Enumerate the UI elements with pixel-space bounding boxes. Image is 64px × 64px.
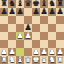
black-pawn: ♟ [40,8,47,16]
white-rook: ♜ [56,56,63,64]
square-d8[interactable]: ♛ [24,0,32,8]
square-b4[interactable] [8,32,16,40]
white-pawn: ♟ [8,48,15,56]
square-a3[interactable] [0,40,8,48]
black-knight: ♞ [48,0,55,8]
square-b6[interactable] [8,16,16,24]
black-rook: ♜ [56,0,63,8]
black-pawn: ♟ [0,8,7,16]
square-d6[interactable] [24,16,32,24]
black-bishop: ♝ [16,0,23,8]
square-e7[interactable]: ♟ [32,8,40,16]
white-queen: ♛ [24,56,31,64]
white-pawn: ♟ [32,48,39,56]
black-pawn: ♟ [48,8,55,16]
square-d7[interactable] [24,8,32,16]
square-g1[interactable]: ♞ [48,56,56,64]
square-g4[interactable] [48,32,56,40]
black-queen: ♛ [24,0,31,8]
square-c8[interactable]: ♝ [16,0,24,8]
white-knight: ♞ [8,56,15,64]
square-e6[interactable] [32,16,40,24]
square-h1[interactable]: ♜ [56,56,64,64]
square-c6[interactable] [16,16,24,24]
square-a6[interactable] [0,16,8,24]
square-g5[interactable] [48,24,56,32]
white-bishop: ♝ [16,56,23,64]
square-b7[interactable]: ♟ [8,8,16,16]
square-b5[interactable] [8,24,16,32]
square-a4[interactable] [0,32,8,40]
white-knight: ♞ [48,56,55,64]
white-pawn: ♟ [48,48,55,56]
black-pawn: ♟ [8,8,15,16]
black-knight: ♞ [8,0,15,8]
white-rook: ♜ [0,56,7,64]
white-pawn: ♟ [16,32,23,40]
square-f7[interactable]: ♟ [40,8,48,16]
square-h3[interactable] [56,40,64,48]
white-king: ♚ [32,56,39,64]
black-king: ♚ [32,0,39,8]
white-pawn: ♟ [56,48,63,56]
square-c4[interactable]: ♟ [16,32,24,40]
white-pawn: ♟ [40,48,47,56]
square-f3[interactable] [40,40,48,48]
square-e3[interactable] [32,40,40,48]
square-f1[interactable]: ♝ [40,56,48,64]
square-c5[interactable] [16,24,24,32]
square-c1[interactable]: ♝ [16,56,24,64]
black-pawn: ♟ [32,8,39,16]
square-b8[interactable]: ♞ [8,0,16,8]
square-a7[interactable]: ♟ [0,8,8,16]
black-pawn: ♟ [16,8,23,16]
square-d5[interactable]: ♟ [24,24,32,32]
square-g3[interactable] [48,40,56,48]
square-c2[interactable] [16,48,24,56]
square-d4[interactable]: ♟ [24,32,32,40]
square-a5[interactable] [0,24,8,32]
square-e5[interactable] [32,24,40,32]
white-bishop: ♝ [40,56,47,64]
square-h2[interactable]: ♟ [56,48,64,56]
square-h6[interactable] [56,16,64,24]
black-pawn: ♟ [24,24,31,32]
square-d2[interactable] [24,48,32,56]
chess-board: ♜♞♝♛♚♝♞♜♟♟♟♟♟♟♟♟♟♟♟♟♟♟♟♟♜♞♝♛♚♝♞♜ [0,0,64,64]
square-f5[interactable] [40,24,48,32]
black-bishop: ♝ [40,0,47,8]
square-a8[interactable]: ♜ [0,0,8,8]
square-h4[interactable] [56,32,64,40]
square-b3[interactable] [8,40,16,48]
square-e2[interactable]: ♟ [32,48,40,56]
square-f8[interactable]: ♝ [40,0,48,8]
square-g7[interactable]: ♟ [48,8,56,16]
square-b1[interactable]: ♞ [8,56,16,64]
square-e8[interactable]: ♚ [32,0,40,8]
square-e4[interactable] [32,32,40,40]
square-e1[interactable]: ♚ [32,56,40,64]
black-rook: ♜ [0,0,7,8]
square-c7[interactable]: ♟ [16,8,24,16]
square-h7[interactable]: ♟ [56,8,64,16]
black-pawn: ♟ [56,8,63,16]
square-d1[interactable]: ♛ [24,56,32,64]
square-g6[interactable] [48,16,56,24]
white-pawn: ♟ [24,32,31,40]
square-f4[interactable] [40,32,48,40]
square-g2[interactable]: ♟ [48,48,56,56]
square-b2[interactable]: ♟ [8,48,16,56]
square-a2[interactable]: ♟ [0,48,8,56]
white-pawn: ♟ [0,48,7,56]
square-f6[interactable] [40,16,48,24]
square-f2[interactable]: ♟ [40,48,48,56]
square-c3[interactable] [16,40,24,48]
square-h8[interactable]: ♜ [56,0,64,8]
square-h5[interactable] [56,24,64,32]
square-a1[interactable]: ♜ [0,56,8,64]
square-g8[interactable]: ♞ [48,0,56,8]
square-d3[interactable] [24,40,32,48]
